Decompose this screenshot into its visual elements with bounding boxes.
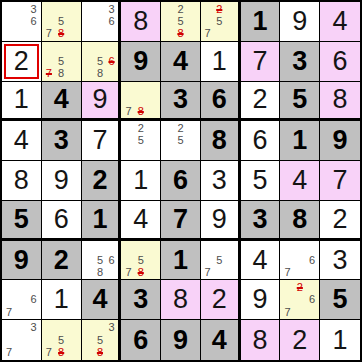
candidate-7: 7 xyxy=(122,106,134,118)
empty-candidate-slot xyxy=(106,28,118,40)
empty-candidate-slot xyxy=(3,15,15,27)
solved-digit: 5 xyxy=(253,167,268,194)
candidate-6: 6 xyxy=(106,254,118,266)
cell-r5c4[interactable]: 1 xyxy=(121,161,161,201)
cell-r3c5[interactable]: 3 xyxy=(161,82,201,122)
empty-candidate-slot xyxy=(294,242,306,254)
cell-r9c6[interactable]: 4 xyxy=(201,320,241,360)
empty-candidate-slot xyxy=(83,321,95,334)
empty-candidate-slot xyxy=(15,281,27,293)
candidate-7: 7 xyxy=(202,266,214,278)
cell-r5c3[interactable]: 2 xyxy=(82,161,122,201)
cell-r9c5[interactable]: 9 xyxy=(161,320,201,360)
empty-candidate-slot xyxy=(187,147,199,159)
solved-digit: 7 xyxy=(253,48,268,75)
candidate-5: 5 xyxy=(135,135,147,147)
empty-candidate-slot xyxy=(147,106,159,118)
cell-r7c8[interactable]: 67 xyxy=(280,241,320,281)
empty-candidate-slot xyxy=(187,3,199,15)
empty-candidate-slot xyxy=(83,28,95,40)
cell-r7c9[interactable]: 3 xyxy=(320,241,360,281)
solved-digit: 7 xyxy=(92,127,107,154)
cell-r2c8[interactable]: 3 xyxy=(280,42,320,82)
empty-candidate-slot xyxy=(83,346,95,359)
cell-r3c1[interactable]: 1 xyxy=(2,82,42,122)
empty-candidate-slot xyxy=(225,3,237,15)
empty-candidate-slot xyxy=(15,3,27,15)
solved-digit: 6 xyxy=(253,127,268,154)
cell-r8c7[interactable]: 9 xyxy=(241,280,281,320)
given-digit: 6 xyxy=(212,86,227,113)
candidates: 57 xyxy=(202,242,237,279)
empty-candidate-slot xyxy=(28,334,40,347)
candidate-8: 8 xyxy=(135,106,147,118)
empty-candidate-slot xyxy=(3,281,15,293)
cell-r8c3[interactable]: 4 xyxy=(82,280,122,320)
candidates: 578 xyxy=(43,321,80,359)
cell-r5c7[interactable]: 5 xyxy=(241,161,281,201)
solved-digit: 9 xyxy=(212,206,227,233)
candidate-7: 7 xyxy=(43,67,55,79)
empty-candidate-slot xyxy=(15,28,27,40)
candidates: 578 xyxy=(43,3,80,40)
given-digit: 7 xyxy=(173,206,188,233)
empty-candidate-slot xyxy=(147,254,159,266)
empty-candidate-slot xyxy=(306,266,318,278)
candidate-2: 2 xyxy=(294,281,306,293)
empty-candidate-slot xyxy=(43,55,55,67)
empty-candidate-slot xyxy=(294,254,306,266)
empty-candidate-slot xyxy=(122,83,134,95)
cell-r5c2[interactable]: 9 xyxy=(42,161,82,201)
candidates: 578 xyxy=(122,242,159,279)
cell-r8c2[interactable]: 1 xyxy=(42,280,82,320)
solved-digit: 9 xyxy=(253,286,268,313)
empty-candidate-slot xyxy=(83,334,95,347)
empty-candidate-slot xyxy=(147,122,159,134)
cell-r9c7[interactable]: 8 xyxy=(241,320,281,360)
empty-candidate-slot xyxy=(122,254,134,266)
cell-r7c1[interactable]: 9 xyxy=(2,241,42,281)
solved-digit: 2 xyxy=(333,206,348,233)
solved-digit: 9 xyxy=(292,8,307,35)
cell-r7c3[interactable]: 568 xyxy=(82,241,122,281)
candidate-6: 6 xyxy=(306,254,318,266)
empty-candidate-slot xyxy=(306,242,318,254)
cell-r5c9[interactable]: 7 xyxy=(320,161,360,201)
solved-digit: 4 xyxy=(292,167,307,194)
empty-candidate-slot xyxy=(147,135,159,147)
cell-r6c1[interactable]: 5 xyxy=(2,201,42,241)
given-digit: 6 xyxy=(173,167,188,194)
empty-candidate-slot xyxy=(67,28,79,40)
empty-candidate-slot xyxy=(122,242,134,254)
candidate-2: 2 xyxy=(135,122,147,134)
empty-candidate-slot xyxy=(43,15,55,27)
given-digit: 9 xyxy=(14,247,29,274)
empty-candidate-slot xyxy=(28,281,40,293)
empty-candidate-slot xyxy=(147,83,159,95)
candidates: 78 xyxy=(122,83,159,118)
candidate-2: 2 xyxy=(213,3,225,15)
empty-candidate-slot xyxy=(67,334,79,347)
empty-candidate-slot xyxy=(135,94,147,106)
cell-r5c8[interactable]: 4 xyxy=(280,161,320,201)
candidate-7: 7 xyxy=(122,266,134,278)
solved-digit: 4 xyxy=(133,206,148,233)
cell-r6c8[interactable]: 8 xyxy=(280,201,320,241)
solved-digit: 4 xyxy=(333,8,348,35)
given-digit: 8 xyxy=(212,127,227,154)
cell-r1c7[interactable]: 1 xyxy=(241,2,281,42)
cell-r1c8[interactable]: 9 xyxy=(280,2,320,42)
empty-candidate-slot xyxy=(106,67,118,79)
cell-r2c5[interactable]: 4 xyxy=(161,42,201,82)
empty-candidate-slot xyxy=(15,294,27,306)
empty-candidate-slot xyxy=(281,294,293,306)
empty-candidate-slot xyxy=(94,3,106,15)
cell-r1c6[interactable]: 257 xyxy=(201,2,241,42)
empty-candidate-slot xyxy=(28,306,40,318)
candidate-7: 7 xyxy=(202,28,214,40)
empty-candidate-slot xyxy=(225,242,237,254)
cell-r4c8[interactable]: 1 xyxy=(280,121,320,161)
empty-candidate-slot xyxy=(3,294,15,306)
given-digit: 9 xyxy=(133,48,148,75)
empty-candidate-slot xyxy=(122,122,134,134)
cell-r6c2[interactable]: 6 xyxy=(42,201,82,241)
empty-candidate-slot xyxy=(106,346,118,359)
cell-r2c4[interactable]: 9 xyxy=(121,42,161,82)
candidate-2: 2 xyxy=(174,122,186,134)
cell-r5c6[interactable]: 3 xyxy=(201,161,241,201)
empty-candidate-slot xyxy=(294,294,306,306)
cell-r2c1[interactable]: 2 xyxy=(2,42,42,82)
cell-r2c7[interactable]: 7 xyxy=(241,42,281,82)
cell-r7c2[interactable]: 2 xyxy=(42,241,82,281)
empty-candidate-slot xyxy=(15,15,27,27)
empty-candidate-slot xyxy=(55,321,67,334)
empty-candidate-slot xyxy=(162,147,174,159)
candidates: 258 xyxy=(162,3,199,40)
solved-digit: 3 xyxy=(212,167,227,194)
empty-candidate-slot xyxy=(43,43,55,55)
candidates: 67 xyxy=(281,242,318,279)
empty-candidate-slot xyxy=(15,334,27,347)
cell-r3c6[interactable]: 6 xyxy=(201,82,241,122)
candidate-3: 3 xyxy=(106,321,118,334)
given-digit: 1 xyxy=(292,127,307,154)
candidates: 257 xyxy=(202,3,237,40)
cell-r3c7[interactable]: 2 xyxy=(241,82,281,122)
cell-r1c1[interactable]: 36 xyxy=(2,2,42,42)
empty-candidate-slot xyxy=(106,242,118,254)
empty-candidate-slot xyxy=(83,3,95,15)
solved-digit: 8 xyxy=(14,167,29,194)
candidates: 36 xyxy=(3,3,40,40)
cell-r1c9[interactable]: 4 xyxy=(320,2,360,42)
cell-r4c7[interactable]: 6 xyxy=(241,121,281,161)
cell-r6c5[interactable]: 7 xyxy=(161,201,201,241)
candidate-7: 7 xyxy=(3,306,15,318)
solved-digit: 2 xyxy=(14,48,29,75)
candidate-2: 2 xyxy=(174,3,186,15)
candidate-5: 5 xyxy=(174,15,186,27)
empty-candidate-slot xyxy=(83,43,95,55)
cell-r6c7[interactable]: 3 xyxy=(241,201,281,241)
empty-candidate-slot xyxy=(67,346,79,359)
empty-candidate-slot xyxy=(187,15,199,27)
empty-candidate-slot xyxy=(174,147,186,159)
solved-digit: 1 xyxy=(14,86,29,113)
cell-r6c6[interactable]: 9 xyxy=(201,201,241,241)
candidate-7: 7 xyxy=(3,346,15,359)
cell-r3c3[interactable]: 9 xyxy=(82,82,122,122)
empty-candidate-slot xyxy=(94,242,106,254)
given-digit: 3 xyxy=(133,286,148,313)
empty-candidate-slot xyxy=(306,306,318,318)
cell-r1c5[interactable]: 258 xyxy=(161,2,201,42)
cell-r4c9[interactable]: 9 xyxy=(320,121,360,161)
solved-digit: 9 xyxy=(92,86,107,113)
candidate-5: 5 xyxy=(94,254,106,266)
empty-candidate-slot xyxy=(162,122,174,134)
empty-candidate-slot xyxy=(3,334,15,347)
empty-candidate-slot xyxy=(306,281,318,293)
empty-candidate-slot xyxy=(43,334,55,347)
cell-r9c1[interactable]: 37 xyxy=(2,320,42,360)
candidates: 36 xyxy=(83,3,118,40)
cell-r6c9[interactable]: 2 xyxy=(320,201,360,241)
solved-digit: 8 xyxy=(133,8,148,35)
empty-candidate-slot xyxy=(67,43,79,55)
empty-candidate-slot xyxy=(122,94,134,106)
empty-candidate-slot xyxy=(94,15,106,27)
cell-r7c7[interactable]: 4 xyxy=(241,241,281,281)
empty-candidate-slot xyxy=(43,321,55,334)
empty-candidate-slot xyxy=(225,15,237,27)
given-digit: 2 xyxy=(54,247,69,274)
given-digit: 1 xyxy=(173,247,188,274)
cell-r8c9[interactable]: 5 xyxy=(320,280,360,320)
candidate-6: 6 xyxy=(306,294,318,306)
cell-r6c4[interactable]: 4 xyxy=(121,201,161,241)
empty-candidate-slot xyxy=(213,28,225,40)
empty-candidate-slot xyxy=(147,94,159,106)
candidate-8: 8 xyxy=(55,346,67,359)
empty-candidate-slot xyxy=(15,321,27,334)
empty-candidate-slot xyxy=(281,242,293,254)
cell-r5c1[interactable]: 8 xyxy=(2,161,42,201)
empty-candidate-slot xyxy=(202,254,214,266)
empty-candidate-slot xyxy=(67,15,79,27)
candidates: 568 xyxy=(83,242,118,279)
candidate-5: 5 xyxy=(94,55,106,67)
solved-digit: 8 xyxy=(253,327,268,354)
candidate-7: 7 xyxy=(281,266,293,278)
cell-r7c5[interactable]: 1 xyxy=(161,241,201,281)
candidates: 67 xyxy=(3,281,40,318)
candidate-8: 8 xyxy=(174,28,186,40)
empty-candidate-slot xyxy=(294,306,306,318)
empty-candidate-slot xyxy=(202,15,214,27)
cell-r4c2[interactable]: 3 xyxy=(42,121,82,161)
empty-candidate-slot xyxy=(147,242,159,254)
given-digit: 3 xyxy=(173,86,188,113)
cell-r9c8[interactable]: 2 xyxy=(280,320,320,360)
cell-r1c4[interactable]: 8 xyxy=(121,2,161,42)
candidates: 37 xyxy=(3,321,40,359)
candidates: 25 xyxy=(122,122,159,159)
empty-candidate-slot xyxy=(15,346,27,359)
candidates: 267 xyxy=(281,281,318,318)
sudoku-board: 3657836825825719425785689417361497836258… xyxy=(0,0,362,362)
solved-digit: 4 xyxy=(253,247,268,274)
empty-candidate-slot xyxy=(187,122,199,134)
empty-candidate-slot xyxy=(83,67,95,79)
empty-candidate-slot xyxy=(67,55,79,67)
cell-r6c3[interactable]: 1 xyxy=(82,201,122,241)
candidates: 578 xyxy=(43,43,80,80)
empty-candidate-slot xyxy=(122,135,134,147)
empty-candidate-slot xyxy=(147,147,159,159)
empty-candidate-slot xyxy=(83,242,95,254)
candidates: 25 xyxy=(162,122,199,159)
candidate-6: 6 xyxy=(28,15,40,27)
given-digit: 1 xyxy=(253,8,268,35)
empty-candidate-slot xyxy=(3,3,15,15)
given-digit: 5 xyxy=(333,286,348,313)
cell-r3c9[interactable]: 8 xyxy=(320,82,360,122)
solved-digit: 8 xyxy=(333,86,348,113)
cell-r9c9[interactable]: 1 xyxy=(320,320,360,360)
solved-digit: 1 xyxy=(54,286,69,313)
given-digit: 1 xyxy=(92,206,107,233)
empty-candidate-slot xyxy=(213,242,225,254)
cell-r2c2[interactable]: 578 xyxy=(42,42,82,82)
empty-candidate-slot xyxy=(3,321,15,334)
cell-r8c4[interactable]: 3 xyxy=(121,280,161,320)
given-digit: 4 xyxy=(54,86,69,113)
given-digit: 5 xyxy=(14,206,29,233)
candidate-8: 8 xyxy=(55,67,67,79)
solved-digit: 3 xyxy=(333,247,348,274)
empty-candidate-slot xyxy=(225,266,237,278)
solved-digit: 1 xyxy=(333,327,348,354)
cell-r7c4[interactable]: 578 xyxy=(121,241,161,281)
empty-candidate-slot xyxy=(67,67,79,79)
empty-candidate-slot xyxy=(55,43,67,55)
empty-candidate-slot xyxy=(147,266,159,278)
empty-candidate-slot xyxy=(122,147,134,159)
candidate-7: 7 xyxy=(43,28,55,40)
candidate-8: 8 xyxy=(94,266,106,278)
given-digit: 6 xyxy=(133,327,148,354)
given-digit: 3 xyxy=(292,48,307,75)
cell-r4c5[interactable]: 25 xyxy=(161,121,201,161)
empty-candidate-slot xyxy=(67,3,79,15)
empty-candidate-slot xyxy=(106,266,118,278)
candidate-6: 6 xyxy=(106,15,118,27)
candidate-5: 5 xyxy=(55,334,67,347)
given-digit: 9 xyxy=(173,327,188,354)
candidate-8: 8 xyxy=(94,346,106,359)
cell-r2c3[interactable]: 568 xyxy=(82,42,122,82)
candidate-8: 8 xyxy=(55,28,67,40)
cell-r4c1[interactable]: 4 xyxy=(2,121,42,161)
empty-candidate-slot xyxy=(83,55,95,67)
cell-r4c4[interactable]: 25 xyxy=(121,121,161,161)
candidate-5: 5 xyxy=(94,334,106,347)
cell-r3c2[interactable]: 4 xyxy=(42,82,82,122)
solved-digit: 2 xyxy=(292,327,307,354)
candidate-6: 6 xyxy=(28,294,40,306)
cell-r1c3[interactable]: 36 xyxy=(82,2,122,42)
empty-candidate-slot xyxy=(55,3,67,15)
candidate-5: 5 xyxy=(55,15,67,27)
empty-candidate-slot xyxy=(94,43,106,55)
solved-digit: 9 xyxy=(54,167,69,194)
given-digit: 4 xyxy=(92,286,107,313)
empty-candidate-slot xyxy=(94,321,106,334)
candidate-7: 7 xyxy=(43,346,55,359)
cell-r4c3[interactable]: 7 xyxy=(82,121,122,161)
empty-candidate-slot xyxy=(28,28,40,40)
solved-digit: 4 xyxy=(14,127,29,154)
cell-r8c6[interactable]: 2 xyxy=(201,280,241,320)
empty-candidate-slot xyxy=(162,15,174,27)
candidate-3: 3 xyxy=(28,321,40,334)
cell-r9c3[interactable]: 358 xyxy=(82,320,122,360)
empty-candidate-slot xyxy=(106,334,118,347)
cell-r9c2[interactable]: 578 xyxy=(42,320,82,360)
cell-r4c6[interactable]: 8 xyxy=(201,121,241,161)
cell-r8c1[interactable]: 67 xyxy=(2,280,42,320)
cell-r8c8[interactable]: 267 xyxy=(280,280,320,320)
empty-candidate-slot xyxy=(225,254,237,266)
given-digit: 4 xyxy=(212,327,227,354)
cell-r2c9[interactable]: 6 xyxy=(320,42,360,82)
given-digit: 3 xyxy=(54,127,69,154)
given-digit: 5 xyxy=(292,86,307,113)
cell-r2c6[interactable]: 1 xyxy=(201,42,241,82)
empty-candidate-slot xyxy=(187,135,199,147)
cell-r5c5[interactable]: 6 xyxy=(161,161,201,201)
candidate-6: 6 xyxy=(106,55,118,67)
empty-candidate-slot xyxy=(225,28,237,40)
empty-candidate-slot xyxy=(3,28,15,40)
cell-r9c4[interactable]: 6 xyxy=(121,320,161,360)
candidate-5: 5 xyxy=(213,15,225,27)
empty-candidate-slot xyxy=(94,28,106,40)
cell-r7c6[interactable]: 57 xyxy=(201,241,241,281)
empty-candidate-slot xyxy=(294,266,306,278)
empty-candidate-slot xyxy=(83,266,95,278)
empty-candidate-slot xyxy=(135,147,147,159)
solved-digit: 8 xyxy=(173,286,188,313)
solved-digit: 1 xyxy=(133,167,148,194)
cell-r8c5[interactable]: 8 xyxy=(161,280,201,320)
empty-candidate-slot xyxy=(281,254,293,266)
empty-candidate-slot xyxy=(202,3,214,15)
cell-r3c8[interactable]: 5 xyxy=(280,82,320,122)
candidate-7: 7 xyxy=(281,306,293,318)
cell-r3c4[interactable]: 78 xyxy=(121,82,161,122)
solved-digit: 2 xyxy=(253,86,268,113)
empty-candidate-slot xyxy=(28,346,40,359)
cell-r1c2[interactable]: 578 xyxy=(42,2,82,42)
given-digit: 9 xyxy=(333,127,348,154)
